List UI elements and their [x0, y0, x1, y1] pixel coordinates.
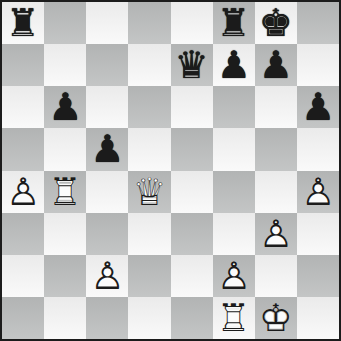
square-a3[interactable]	[2, 213, 44, 255]
black-pawn-h6[interactable]: ♟	[297, 86, 339, 128]
square-g7[interactable]: ♟	[255, 44, 297, 86]
square-c5[interactable]: ♟	[86, 128, 128, 170]
white-piece-outline: ♕	[128, 171, 170, 213]
white-piece-outline: ♖	[44, 171, 86, 213]
black-piece-glyph: ♟	[255, 44, 297, 86]
black-queen-e7[interactable]: ♛	[171, 44, 213, 86]
white-piece-outline: ♔	[255, 297, 297, 339]
square-h8[interactable]	[297, 2, 339, 44]
square-h1[interactable]	[297, 297, 339, 339]
square-b1[interactable]	[44, 297, 86, 339]
square-b8[interactable]	[44, 2, 86, 44]
black-piece-glyph: ♜	[213, 2, 255, 44]
black-king-g8[interactable]: ♚	[255, 2, 297, 44]
square-f1[interactable]: ♜♖	[213, 297, 255, 339]
square-d8[interactable]	[128, 2, 170, 44]
square-a2[interactable]	[2, 255, 44, 297]
square-a4[interactable]: ♟♙	[2, 171, 44, 213]
square-h5[interactable]	[297, 128, 339, 170]
square-g6[interactable]	[255, 86, 297, 128]
square-a6[interactable]	[2, 86, 44, 128]
square-g4[interactable]	[255, 171, 297, 213]
black-piece-glyph: ♟	[86, 128, 128, 170]
square-g8[interactable]: ♚	[255, 2, 297, 44]
square-f8[interactable]: ♜	[213, 2, 255, 44]
square-d1[interactable]	[128, 297, 170, 339]
square-h6[interactable]: ♟	[297, 86, 339, 128]
square-f3[interactable]	[213, 213, 255, 255]
square-c2[interactable]: ♟♙	[86, 255, 128, 297]
square-c6[interactable]	[86, 86, 128, 128]
white-rook-f1[interactable]: ♜♖	[213, 297, 255, 339]
white-piece-outline: ♙	[213, 255, 255, 297]
square-h3[interactable]	[297, 213, 339, 255]
square-f4[interactable]	[213, 171, 255, 213]
square-c7[interactable]	[86, 44, 128, 86]
square-e7[interactable]: ♛	[171, 44, 213, 86]
square-b3[interactable]	[44, 213, 86, 255]
square-c3[interactable]	[86, 213, 128, 255]
black-pawn-f7[interactable]: ♟	[213, 44, 255, 86]
black-piece-glyph: ♛	[171, 44, 213, 86]
white-piece-outline: ♙	[86, 255, 128, 297]
chess-board-frame: ♜♜♚♛♟♟♟♟♟♟♙♜♖♛♕♟♙♟♙♟♙♟♙♜♖♚♔	[0, 0, 341, 341]
square-e1[interactable]	[171, 297, 213, 339]
black-piece-glyph: ♜	[2, 2, 44, 44]
white-piece-outline: ♙	[2, 171, 44, 213]
chess-board: ♜♜♚♛♟♟♟♟♟♟♙♜♖♛♕♟♙♟♙♟♙♟♙♜♖♚♔	[2, 2, 339, 339]
square-g2[interactable]	[255, 255, 297, 297]
black-rook-f8[interactable]: ♜	[213, 2, 255, 44]
square-f2[interactable]: ♟♙	[213, 255, 255, 297]
square-h7[interactable]	[297, 44, 339, 86]
square-e6[interactable]	[171, 86, 213, 128]
square-f7[interactable]: ♟	[213, 44, 255, 86]
square-c4[interactable]	[86, 171, 128, 213]
square-d2[interactable]	[128, 255, 170, 297]
white-pawn-a4[interactable]: ♟♙	[2, 171, 44, 213]
white-piece-outline: ♖	[213, 297, 255, 339]
square-e8[interactable]	[171, 2, 213, 44]
black-pawn-g7[interactable]: ♟	[255, 44, 297, 86]
square-a8[interactable]: ♜	[2, 2, 44, 44]
square-d6[interactable]	[128, 86, 170, 128]
black-piece-glyph: ♟	[297, 86, 339, 128]
white-pawn-g3[interactable]: ♟♙	[255, 213, 297, 255]
black-piece-glyph: ♟	[44, 86, 86, 128]
square-b6[interactable]: ♟	[44, 86, 86, 128]
square-g5[interactable]	[255, 128, 297, 170]
black-piece-glyph: ♚	[255, 2, 297, 44]
white-piece-outline: ♙	[297, 171, 339, 213]
black-pawn-c5[interactable]: ♟	[86, 128, 128, 170]
square-d5[interactable]	[128, 128, 170, 170]
square-f5[interactable]	[213, 128, 255, 170]
square-b7[interactable]	[44, 44, 86, 86]
square-h4[interactable]: ♟♙	[297, 171, 339, 213]
square-a5[interactable]	[2, 128, 44, 170]
white-king-g1[interactable]: ♚♔	[255, 297, 297, 339]
square-b2[interactable]	[44, 255, 86, 297]
black-rook-a8[interactable]: ♜	[2, 2, 44, 44]
square-a7[interactable]	[2, 44, 44, 86]
white-rook-b4[interactable]: ♜♖	[44, 171, 86, 213]
square-h2[interactable]	[297, 255, 339, 297]
square-c1[interactable]	[86, 297, 128, 339]
square-d4[interactable]: ♛♕	[128, 171, 170, 213]
square-e5[interactable]	[171, 128, 213, 170]
square-a1[interactable]	[2, 297, 44, 339]
square-d7[interactable]	[128, 44, 170, 86]
black-piece-glyph: ♟	[213, 44, 255, 86]
square-e4[interactable]	[171, 171, 213, 213]
square-e2[interactable]	[171, 255, 213, 297]
square-g1[interactable]: ♚♔	[255, 297, 297, 339]
square-e3[interactable]	[171, 213, 213, 255]
white-pawn-h4[interactable]: ♟♙	[297, 171, 339, 213]
white-queen-d4[interactable]: ♛♕	[128, 171, 170, 213]
square-c8[interactable]	[86, 2, 128, 44]
white-piece-outline: ♙	[255, 213, 297, 255]
white-pawn-c2[interactable]: ♟♙	[86, 255, 128, 297]
square-b4[interactable]: ♜♖	[44, 171, 86, 213]
square-d3[interactable]	[128, 213, 170, 255]
black-pawn-b6[interactable]: ♟	[44, 86, 86, 128]
square-g3[interactable]: ♟♙	[255, 213, 297, 255]
square-b5[interactable]	[44, 128, 86, 170]
white-pawn-f2[interactable]: ♟♙	[213, 255, 255, 297]
square-f6[interactable]	[213, 86, 255, 128]
